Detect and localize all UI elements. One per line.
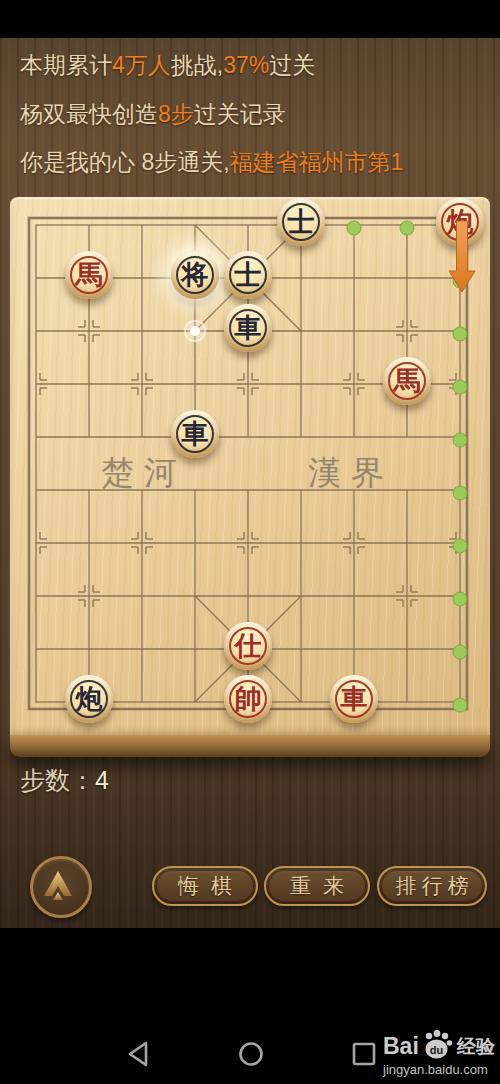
piece-red-horse[interactable]: 馬 (383, 357, 431, 405)
nav-recents-icon[interactable] (351, 1040, 377, 1068)
expand-logo-button[interactable] (30, 856, 92, 918)
stats-text: 挑战, (171, 52, 223, 78)
piece-black-advisor[interactable]: 士 (277, 198, 325, 246)
piece-black-cannon[interactable]: 炮 (65, 675, 113, 723)
piece-glyph: 馬 (76, 261, 103, 288)
stats-text: 本期累计 (20, 52, 112, 78)
piece-glyph: 将 (182, 261, 209, 288)
piece-red-advisor[interactable]: 仕 (224, 622, 272, 670)
stats-line-challengers: 本期累计4万人挑战,37%过关 (20, 50, 490, 82)
app-screen: 本期累计4万人挑战,37%过关 杨双最快创造8步过关记录 你是我的心 8步通关,… (0, 0, 500, 1084)
stats-text: 杨双最快创造 (20, 101, 158, 127)
piece-black-chariot[interactable]: 車 (224, 304, 272, 352)
piece-glyph: 炮 (76, 685, 103, 712)
piece-glyph: 車 (182, 420, 209, 447)
nav-back-icon[interactable] (126, 1040, 152, 1068)
stats-highlight: 8步 (158, 101, 194, 127)
stats-line-record: 杨双最快创造8步过关记录 (20, 99, 490, 131)
stats-text: 你是我的心 8步通关, (20, 149, 230, 175)
piece-layer: 士炮馬将士車馬車仕炮帥車 (10, 197, 490, 735)
stats-highlight: 37% (223, 52, 269, 78)
xiangqi-board[interactable]: 楚河漢界 士炮馬将士車馬車仕炮帥車 (10, 197, 490, 757)
piece-glyph: 馬 (394, 367, 421, 394)
watermark-brand-cn: 经验 (457, 1034, 495, 1060)
leaderboard-button[interactable]: 排行榜 (377, 866, 487, 906)
board-edge (10, 735, 490, 757)
chevron-up-icon (33, 859, 83, 909)
piece-glyph: 帥 (235, 685, 262, 712)
stats-highlight: 福建省福州市第1 (230, 149, 404, 175)
piece-red-cannon[interactable]: 炮 (436, 198, 484, 246)
piece-red-horse[interactable]: 馬 (65, 251, 113, 299)
stats-text: 过关记录 (194, 101, 286, 127)
status-bar (0, 0, 500, 38)
undo-button[interactable]: 悔棋 (152, 866, 258, 906)
piece-glyph: 仕 (235, 632, 262, 659)
watermark-paw-text: du (430, 1044, 443, 1056)
piece-glyph: 士 (288, 208, 315, 235)
stats-line-player: 你是我的心 8步通关,福建省福州市第1 (20, 147, 490, 179)
baidu-jingyan-watermark: Bai du 经验 jingyan.baidu.com (383, 1026, 495, 1077)
piece-glyph: 士 (235, 261, 262, 288)
piece-red-general[interactable]: 帥 (224, 675, 272, 723)
piece-black-chariot[interactable]: 車 (171, 410, 219, 458)
restart-button[interactable]: 重来 (264, 866, 370, 906)
step-counter-label: 步数： (20, 766, 95, 794)
watermark-brand: Bai (383, 1033, 419, 1060)
watermark-url: jingyan.baidu.com (383, 1062, 495, 1077)
step-counter-value: 4 (95, 766, 109, 794)
baidu-paw-icon: du (420, 1028, 454, 1062)
piece-glyph: 車 (235, 314, 262, 341)
piece-glyph: 炮 (447, 208, 474, 235)
step-counter: 步数：4 (20, 764, 109, 797)
piece-black-general[interactable]: 将 (171, 251, 219, 299)
stats-text: 过关 (269, 52, 315, 78)
stats-highlight: 4万人 (112, 52, 171, 78)
nav-home-icon[interactable] (238, 1040, 264, 1068)
piece-glyph: 車 (341, 685, 368, 712)
piece-black-advisor[interactable]: 士 (224, 251, 272, 299)
piece-red-chariot[interactable]: 車 (330, 675, 378, 723)
